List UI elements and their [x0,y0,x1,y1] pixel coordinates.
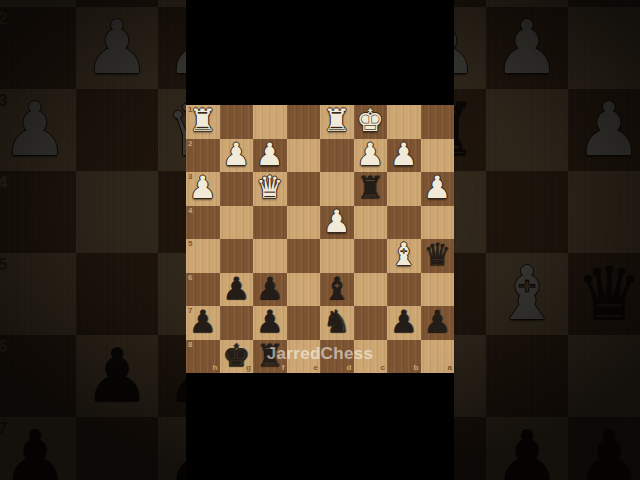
white-bishop-icon: ♝ [390,239,418,270]
square-h1: 1♜ [186,105,220,139]
square-g4 [220,206,254,240]
square-e5 [287,239,321,273]
square-d4: ♟ [320,206,354,240]
square-e3 [287,172,321,206]
square-c2: ♟ [354,139,388,173]
square-a6 [421,273,455,307]
chess-board: 1♜♜♚2♟♟♟♟3♟♛♜♟4♟5♝♛6♟♟♝7♟♟♞♟♟8hg♚f♜edcba [186,105,454,373]
square-e7 [287,306,321,340]
square-a3: ♟ [421,172,455,206]
square-f7: ♟ [253,306,287,340]
white-rook-icon: ♜ [189,105,217,136]
file-label-d: d [347,364,352,372]
square-d7: ♞ [320,306,354,340]
square-f2: ♟ [253,139,287,173]
square-g2: ♟ [220,139,254,173]
square-e4 [287,206,321,240]
square-h2: 2 [186,139,220,173]
square-a4 [421,206,455,240]
black-queen-icon: ♛ [423,239,451,270]
square-d6: ♝ [320,273,354,307]
white-pawn-icon: ♟ [323,206,351,237]
square-d3 [320,172,354,206]
square-d5 [320,239,354,273]
square-a2 [421,139,455,173]
rank-label-4: 4 [188,207,192,215]
square-e6 [287,273,321,307]
file-label-c: c [381,364,385,372]
square-a7: ♟ [421,306,455,340]
square-c1: ♚ [354,105,388,139]
square-g1 [220,105,254,139]
square-g3 [220,172,254,206]
square-h6: 6 [186,273,220,307]
square-a5: ♛ [421,239,455,273]
square-c7 [354,306,388,340]
square-a1 [421,105,455,139]
square-b1 [387,105,421,139]
file-label-b: b [414,364,419,372]
file-label-h: h [213,364,218,372]
square-c6 [354,273,388,307]
white-rook-icon: ♜ [323,105,351,136]
square-e2 [287,139,321,173]
square-h7: 7♟ [186,306,220,340]
square-g5 [220,239,254,273]
square-h3: 3♟ [186,172,220,206]
white-pawn-icon: ♟ [390,139,418,170]
square-d2 [320,139,354,173]
black-pawn-icon: ♟ [189,306,217,337]
square-b7: ♟ [387,306,421,340]
square-e1 [287,105,321,139]
square-f4 [253,206,287,240]
black-bishop-icon: ♝ [323,273,351,304]
file-label-a: a [448,364,452,372]
square-c4 [354,206,388,240]
file-label-e: e [314,364,318,372]
square-d1: ♜ [320,105,354,139]
white-pawn-icon: ♟ [423,172,451,203]
rank-label-2: 2 [188,140,192,148]
white-king-icon: ♚ [356,105,384,136]
white-pawn-icon: ♟ [222,139,250,170]
rank-label-6: 6 [188,274,192,282]
square-h5: 5 [186,239,220,273]
square-c5 [354,239,388,273]
black-pawn-icon: ♟ [423,306,451,337]
square-b2: ♟ [387,139,421,173]
square-f6: ♟ [253,273,287,307]
square-f3: ♛ [253,172,287,206]
square-b5: ♝ [387,239,421,273]
square-f1 [253,105,287,139]
watermark: JarredChess [186,344,454,364]
square-b4 [387,206,421,240]
square-b6 [387,273,421,307]
white-queen-icon: ♛ [256,172,284,203]
black-pawn-icon: ♟ [390,306,418,337]
square-g6: ♟ [220,273,254,307]
black-pawn-icon: ♟ [256,306,284,337]
black-rook-icon: ♜ [356,172,384,203]
black-pawn-icon: ♟ [222,273,250,304]
square-h4: 4 [186,206,220,240]
square-g7 [220,306,254,340]
black-pawn-icon: ♟ [256,273,284,304]
rank-label-5: 5 [188,240,192,248]
white-pawn-icon: ♟ [189,172,217,203]
black-knight-icon: ♞ [323,306,351,337]
square-f5 [253,239,287,273]
square-c3: ♜ [354,172,388,206]
white-pawn-icon: ♟ [256,139,284,170]
white-pawn-icon: ♟ [356,139,384,170]
video-frame: 1♜♜♚2♟♟♟♟3♟♛♜♟4♟5♝♛6♟♟♝7♟♟♞♟♟8hg♚f♜edcba… [0,0,640,480]
square-b3 [387,172,421,206]
